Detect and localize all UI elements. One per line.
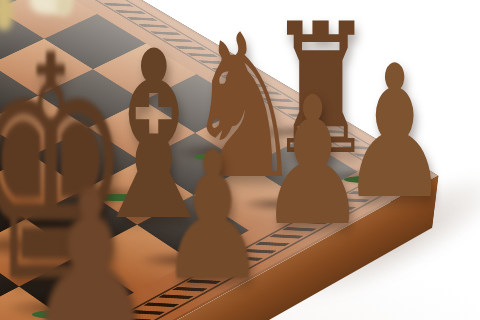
black-pawn-g7[interactable]: ♟ [258,74,367,251]
black-pawn-f7[interactable]: ♟ [158,129,267,306]
product-photo: ♚ ♝ ♞ ♜ ♟ ♟ ♟ ♟ [0,0,480,320]
black-pawn-e7[interactable]: ♟ [23,164,157,320]
